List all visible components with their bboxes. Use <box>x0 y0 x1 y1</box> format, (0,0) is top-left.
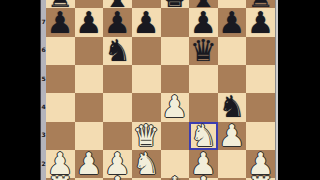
piece-white-king-e1: ♚ <box>161 173 188 180</box>
piece-white-pawn-e4: ♟ <box>161 92 188 122</box>
square-b2[interactable]: ♟ <box>75 150 104 178</box>
square-g6[interactable] <box>218 37 247 65</box>
square-e3[interactable] <box>161 122 190 150</box>
square-g3[interactable]: ♟ <box>218 122 247 150</box>
square-f1[interactable]: ♝ <box>189 178 218 180</box>
square-c6[interactable]: ♞ <box>103 37 132 65</box>
square-a7[interactable]: ♟ <box>46 8 75 36</box>
square-a6[interactable] <box>46 37 75 65</box>
square-f5[interactable] <box>189 65 218 93</box>
square-g1[interactable] <box>218 178 247 180</box>
square-d5[interactable] <box>132 65 161 93</box>
chess-board: ♜♝♚♝♜♟♟♟♟♟♟♟♞♛♟♞♛♞♟♟♟♟♞♟♟♜♝♚♝♜ <box>46 0 275 180</box>
piece-black-king-e8: ♚ <box>161 0 188 12</box>
square-h7[interactable]: ♟ <box>246 8 275 36</box>
square-c4[interactable] <box>103 93 132 121</box>
piece-black-pawn-h7: ♟ <box>247 8 274 38</box>
square-d7[interactable]: ♟ <box>132 8 161 36</box>
piece-black-knight-c6: ♞ <box>104 36 131 66</box>
square-e6[interactable] <box>161 37 190 65</box>
piece-black-pawn-g7: ♟ <box>219 8 246 38</box>
piece-white-bishop-c1: ♝ <box>104 173 131 180</box>
square-e8[interactable]: ♚ <box>161 0 190 8</box>
square-a5[interactable] <box>46 65 75 93</box>
piece-black-queen-f6: ♛ <box>190 36 217 66</box>
square-g7[interactable]: ♟ <box>218 8 247 36</box>
square-h1[interactable]: ♜ <box>246 178 275 180</box>
piece-white-rook-a1: ♜ <box>47 173 74 180</box>
square-h4[interactable] <box>246 93 275 121</box>
letterbox-right <box>278 0 320 180</box>
square-b7[interactable]: ♟ <box>75 8 104 36</box>
square-a4[interactable] <box>46 93 75 121</box>
piece-white-knight-d2: ♞ <box>133 149 160 179</box>
chess-diagram: 765432 ♜♝♚♝♜♟♟♟♟♟♟♟♞♛♟♞♛♞♟♟♟♟♞♟♟♜♝♚♝♜ <box>0 0 320 180</box>
square-h5[interactable] <box>246 65 275 93</box>
square-b6[interactable] <box>75 37 104 65</box>
piece-black-pawn-b7: ♟ <box>75 8 102 38</box>
square-b5[interactable] <box>75 65 104 93</box>
square-h6[interactable] <box>246 37 275 65</box>
piece-black-pawn-a7: ♟ <box>47 8 74 38</box>
piece-black-pawn-d7: ♟ <box>133 8 160 38</box>
square-c5[interactable] <box>103 65 132 93</box>
square-d2[interactable]: ♞ <box>132 150 161 178</box>
piece-white-pawn-g3: ♟ <box>219 121 246 151</box>
square-a1[interactable]: ♜ <box>46 178 75 180</box>
piece-white-rook-h1: ♜ <box>247 173 274 180</box>
letterbox-left <box>0 0 40 180</box>
square-d6[interactable] <box>132 37 161 65</box>
square-f6[interactable]: ♛ <box>189 37 218 65</box>
piece-white-bishop-f1: ♝ <box>190 173 217 180</box>
square-e4[interactable]: ♟ <box>161 93 190 121</box>
square-c1[interactable]: ♝ <box>103 178 132 180</box>
square-g2[interactable] <box>218 150 247 178</box>
piece-white-pawn-b2: ♟ <box>75 149 102 179</box>
square-e1[interactable]: ♚ <box>161 178 190 180</box>
square-b4[interactable] <box>75 93 104 121</box>
